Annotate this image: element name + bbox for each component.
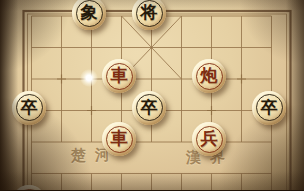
piece-glyph: 象 (81, 4, 98, 21)
piece-red-soldier-edge[interactable]: 兵 (12, 185, 46, 190)
piece-glyph: 車 (111, 130, 128, 147)
piece-glyph: 車 (111, 67, 128, 84)
piece-black-general[interactable]: 将 (132, 0, 166, 30)
piece-glyph: 将 (141, 4, 158, 21)
pieces-layer: 象将車炮卒卒卒車兵兵 (14, 0, 284, 190)
piece-red-soldier[interactable]: 兵 (192, 122, 226, 156)
piece-glyph: 卒 (261, 99, 278, 116)
piece-glyph: 炮 (201, 67, 218, 84)
piece-glyph: 兵 (201, 130, 218, 147)
piece-red-chariot-upper[interactable]: 車 (102, 59, 136, 93)
piece-red-chariot-lower[interactable]: 車 (102, 122, 136, 156)
piece-black-soldier-left[interactable]: 卒 (12, 91, 46, 125)
piece-black-soldier-right[interactable]: 卒 (252, 91, 286, 125)
piece-black-soldier-mid[interactable]: 卒 (132, 91, 166, 125)
piece-glyph: 卒 (21, 99, 38, 116)
piece-glyph: 卒 (141, 99, 158, 116)
piece-black-elephant[interactable]: 象 (72, 0, 106, 30)
piece-red-cannon[interactable]: 炮 (192, 59, 226, 93)
xiangqi-board[interactable]: 楚河 漢界 象将車炮卒卒卒車兵兵 (0, 0, 304, 190)
piece-ring (16, 189, 43, 191)
